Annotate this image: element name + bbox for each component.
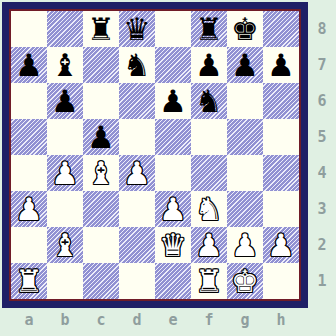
square-d4[interactable]: ♟ (119, 155, 155, 191)
square-e4[interactable] (155, 155, 191, 191)
piece-black-pawn-g7[interactable]: ♟ (231, 47, 259, 83)
square-g2[interactable]: ♟ (227, 227, 263, 263)
rank-label-5: 5 (308, 119, 336, 155)
square-c1[interactable] (83, 263, 119, 299)
square-c4[interactable]: ♝ (83, 155, 119, 191)
square-c3[interactable] (83, 191, 119, 227)
piece-white-pawn-f2[interactable]: ♟ (195, 227, 223, 263)
piece-white-pawn-d4[interactable]: ♟ (123, 155, 151, 191)
piece-white-bishop-c4[interactable]: ♝ (87, 155, 115, 191)
square-d5[interactable] (119, 119, 155, 155)
square-f4[interactable] (191, 155, 227, 191)
square-g7[interactable]: ♟ (227, 47, 263, 83)
square-a6[interactable] (11, 83, 47, 119)
square-g5[interactable] (227, 119, 263, 155)
square-f8[interactable]: ♜ (191, 11, 227, 47)
board-inner-frame: ♜♛♜♚♟♝♞♟♟♟♟♟♞♟♟♝♟♟♟♞♝♛♟♟♟♜♜♚ (9, 9, 301, 301)
square-d6[interactable] (119, 83, 155, 119)
piece-white-knight-f3[interactable]: ♞ (195, 191, 223, 227)
square-h8[interactable] (263, 11, 299, 47)
square-e1[interactable] (155, 263, 191, 299)
rank-label-4: 4 (308, 155, 336, 191)
piece-black-pawn-h7[interactable]: ♟ (267, 47, 295, 83)
square-e7[interactable] (155, 47, 191, 83)
square-e8[interactable] (155, 11, 191, 47)
rank-label-1: 1 (308, 263, 336, 299)
square-h1[interactable] (263, 263, 299, 299)
square-a8[interactable] (11, 11, 47, 47)
rank-label-2: 2 (308, 227, 336, 263)
square-f5[interactable] (191, 119, 227, 155)
piece-black-pawn-f7[interactable]: ♟ (195, 47, 223, 83)
piece-black-pawn-e6[interactable]: ♟ (159, 83, 187, 119)
square-a4[interactable] (11, 155, 47, 191)
square-f1[interactable]: ♜ (191, 263, 227, 299)
piece-black-knight-f6[interactable]: ♞ (195, 83, 223, 119)
square-g4[interactable] (227, 155, 263, 191)
rank-label-8: 8 (308, 11, 336, 47)
square-h5[interactable] (263, 119, 299, 155)
rank-label-6: 6 (308, 83, 336, 119)
file-label-d: d (119, 307, 155, 333)
file-label-e: e (155, 307, 191, 333)
square-e3[interactable]: ♟ (155, 191, 191, 227)
square-e5[interactable] (155, 119, 191, 155)
square-d1[interactable] (119, 263, 155, 299)
square-h7[interactable]: ♟ (263, 47, 299, 83)
square-h3[interactable] (263, 191, 299, 227)
square-c6[interactable] (83, 83, 119, 119)
square-a1[interactable]: ♜ (11, 263, 47, 299)
file-label-c: c (83, 307, 119, 333)
square-g3[interactable] (227, 191, 263, 227)
square-c2[interactable] (83, 227, 119, 263)
square-b1[interactable] (47, 263, 83, 299)
square-g1[interactable]: ♚ (227, 263, 263, 299)
piece-white-bishop-b2[interactable]: ♝ (51, 227, 79, 263)
square-c7[interactable] (83, 47, 119, 83)
file-label-f: f (191, 307, 227, 333)
square-g8[interactable]: ♚ (227, 11, 263, 47)
piece-white-pawn-b4[interactable]: ♟ (51, 155, 79, 191)
square-f7[interactable]: ♟ (191, 47, 227, 83)
square-d2[interactable] (119, 227, 155, 263)
square-b4[interactable]: ♟ (47, 155, 83, 191)
piece-white-pawn-h2[interactable]: ♟ (267, 227, 295, 263)
square-b3[interactable] (47, 191, 83, 227)
piece-white-rook-a1[interactable]: ♜ (15, 263, 43, 299)
square-d3[interactable] (119, 191, 155, 227)
square-h4[interactable] (263, 155, 299, 191)
piece-black-queen-d8[interactable]: ♛ (123, 11, 151, 47)
piece-white-pawn-a3[interactable]: ♟ (15, 191, 43, 227)
piece-white-pawn-e3[interactable]: ♟ (159, 191, 187, 227)
file-label-b: b (47, 307, 83, 333)
square-g6[interactable] (227, 83, 263, 119)
piece-black-pawn-a7[interactable]: ♟ (15, 47, 43, 83)
square-b6[interactable]: ♟ (47, 83, 83, 119)
square-a7[interactable]: ♟ (11, 47, 47, 83)
piece-black-rook-c8[interactable]: ♜ (87, 11, 115, 47)
square-b8[interactable] (47, 11, 83, 47)
board-outer-frame: ♜♛♜♚♟♝♞♟♟♟♟♟♞♟♟♝♟♟♟♞♝♛♟♟♟♜♜♚ (2, 2, 308, 308)
piece-black-knight-d7[interactable]: ♞ (123, 47, 151, 83)
rank-coordinate-labels: 87654321 (308, 11, 336, 299)
piece-black-pawn-c5[interactable]: ♟ (87, 119, 115, 155)
piece-black-king-g8[interactable]: ♚ (231, 11, 259, 47)
chess-board-page: ♜♛♜♚♟♝♞♟♟♟♟♟♞♟♟♝♟♟♟♞♝♛♟♟♟♜♜♚ abcdefgh 87… (0, 0, 336, 336)
piece-white-rook-f1[interactable]: ♜ (195, 263, 223, 299)
square-a3[interactable]: ♟ (11, 191, 47, 227)
piece-white-queen-e2[interactable]: ♛ (159, 227, 187, 263)
square-e6[interactable]: ♟ (155, 83, 191, 119)
square-b5[interactable] (47, 119, 83, 155)
square-b7[interactable]: ♝ (47, 47, 83, 83)
rank-label-3: 3 (308, 191, 336, 227)
square-d7[interactable]: ♞ (119, 47, 155, 83)
square-a2[interactable] (11, 227, 47, 263)
square-e2[interactable]: ♛ (155, 227, 191, 263)
square-f3[interactable]: ♞ (191, 191, 227, 227)
rank-label-7: 7 (308, 47, 336, 83)
square-f6[interactable]: ♞ (191, 83, 227, 119)
chess-board: ♜♛♜♚♟♝♞♟♟♟♟♟♞♟♟♝♟♟♟♞♝♛♟♟♟♜♜♚ (11, 11, 299, 299)
file-label-h: h (263, 307, 299, 333)
file-coordinate-labels: abcdefgh (11, 307, 299, 333)
piece-black-pawn-b6[interactable]: ♟ (51, 83, 79, 119)
piece-white-king-g1[interactable]: ♚ (231, 263, 259, 299)
file-label-a: a (11, 307, 47, 333)
file-label-g: g (227, 307, 263, 333)
piece-white-pawn-g2[interactable]: ♟ (231, 227, 259, 263)
square-d8[interactable]: ♛ (119, 11, 155, 47)
square-a5[interactable] (11, 119, 47, 155)
piece-black-bishop-b7[interactable]: ♝ (51, 47, 79, 83)
piece-black-rook-f8[interactable]: ♜ (195, 11, 223, 47)
square-c8[interactable]: ♜ (83, 11, 119, 47)
square-h2[interactable]: ♟ (263, 227, 299, 263)
square-f2[interactable]: ♟ (191, 227, 227, 263)
square-c5[interactable]: ♟ (83, 119, 119, 155)
square-h6[interactable] (263, 83, 299, 119)
square-b2[interactable]: ♝ (47, 227, 83, 263)
